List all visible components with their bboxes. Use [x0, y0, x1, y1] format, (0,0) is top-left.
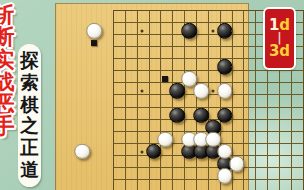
black-stone: [170, 108, 186, 124]
white-stone: [229, 156, 245, 172]
black-stone: [217, 59, 233, 75]
square-marker: [91, 40, 97, 46]
star-point: [211, 90, 214, 93]
black-stone: [146, 144, 162, 160]
white-stone: [75, 144, 91, 160]
star-point: [211, 30, 214, 33]
left-banner-text: 斩断实战恶手: [0, 4, 16, 138]
star-point: [140, 30, 143, 33]
white-stone: [193, 83, 209, 99]
white-stone: [217, 168, 233, 184]
pill-banner-text: 探索棋之正道: [20, 50, 39, 181]
go-board: [55, 3, 249, 190]
square-marker: [162, 76, 168, 82]
black-stone: [181, 23, 197, 39]
white-stone: [217, 83, 233, 99]
white-stone: [86, 23, 102, 39]
pill-banner: 探索棋之正道: [18, 44, 41, 187]
black-stone: [217, 23, 233, 39]
black-stone: [217, 108, 233, 124]
white-stone: [158, 132, 174, 148]
thumbnail-canvas: 斩断实战恶手 探索棋之正道 1 1 1d | 3d: [0, 0, 304, 190]
rank-bottom-digit: 3: [269, 42, 279, 60]
star-point: [140, 150, 143, 153]
star-point: [140, 90, 143, 93]
white-stone: [217, 144, 233, 160]
white-stone: [181, 71, 197, 87]
rank-bottom: 3d: [269, 44, 290, 59]
rank-badge: 1 1 1d | 3d: [263, 7, 296, 70]
black-stone: [170, 83, 186, 99]
rank-bottom-suffix: d: [279, 42, 290, 60]
